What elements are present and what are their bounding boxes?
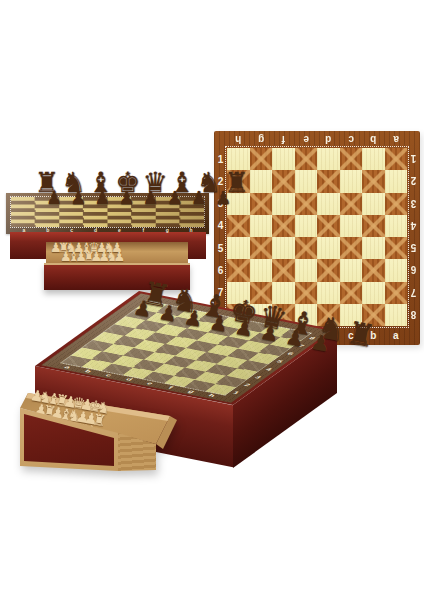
- board-square: [385, 304, 408, 326]
- coordinate-label: 1: [407, 148, 420, 170]
- coordinate-label: 6: [214, 259, 227, 281]
- coordinate-label: 4: [407, 215, 420, 237]
- board-square: [272, 215, 295, 237]
- coordinate-label: 6: [407, 259, 420, 281]
- coordinate-label: h: [179, 227, 203, 234]
- flat-board-files-top: hgfedcba: [227, 132, 407, 147]
- coordinate-label: f: [272, 132, 295, 147]
- coordinate-label: 1: [226, 388, 247, 398]
- coordinate-label: h: [227, 132, 250, 147]
- coordinate-label: 5: [214, 237, 227, 259]
- board-square: [340, 170, 363, 192]
- board-square: [362, 259, 385, 281]
- coordinate-label: e: [295, 132, 318, 147]
- board-square: [295, 215, 318, 237]
- board-square: [227, 215, 250, 237]
- board-square: [362, 148, 385, 170]
- board-square: [250, 259, 273, 281]
- board-square: [272, 170, 295, 192]
- board-square: [295, 170, 318, 192]
- board-square: [272, 237, 295, 259]
- board-square: [340, 259, 363, 281]
- board-square: [250, 193, 273, 215]
- coordinate-label: b: [362, 132, 385, 147]
- board-square: [340, 148, 363, 170]
- coordinate-label: a: [385, 328, 408, 343]
- board-square: [340, 193, 363, 215]
- board-square: [317, 148, 340, 170]
- coordinate-label: g: [250, 132, 273, 147]
- coordinate-label: c: [60, 227, 84, 234]
- coordinate-label: 7: [407, 282, 420, 304]
- coordinate-label: e: [108, 227, 132, 234]
- board-square: [250, 170, 273, 192]
- board-square: [250, 237, 273, 259]
- board-square: [272, 259, 295, 281]
- board-square: [340, 237, 363, 259]
- coordinate-label: 5: [407, 237, 420, 259]
- board-square: [295, 237, 318, 259]
- small-box-pawn-pieces: ♟♟♟♟♟♟♟♟: [46, 187, 239, 208]
- board-square: [385, 259, 408, 281]
- coordinate-label: h: [199, 392, 225, 400]
- small-box-drawer-interior: ♟♜♞♟♝♛♟♞♟ ♟♝♟♜♟♟♞♟: [46, 242, 188, 263]
- board-square: [250, 215, 273, 237]
- board-square: [385, 282, 408, 304]
- coordinate-label: g: [155, 227, 179, 234]
- board-square: [385, 148, 408, 170]
- coordinate-label: b: [36, 227, 60, 234]
- coordinate-label: f: [131, 227, 155, 234]
- board-square: [317, 193, 340, 215]
- board-square: [362, 237, 385, 259]
- board-square: [250, 148, 273, 170]
- board-square: [295, 148, 318, 170]
- board-square: [340, 282, 363, 304]
- flat-board-ranks-right: 12345678: [407, 148, 420, 326]
- board-square: [362, 170, 385, 192]
- board-square: [272, 193, 295, 215]
- coordinate-label: 2: [407, 170, 420, 192]
- board-square: [227, 259, 250, 281]
- board-square: [362, 193, 385, 215]
- board-square: [362, 282, 385, 304]
- board-square: [317, 282, 340, 304]
- board-square: [317, 237, 340, 259]
- coordinate-label: a: [385, 132, 408, 147]
- board-square: [385, 237, 408, 259]
- board-square: [227, 237, 250, 259]
- board-square: [362, 215, 385, 237]
- large-box-drawer: ♟♞♝♜♟♛♟♚♞ ♟♜♟♝♞♟♟♜ ♟♟♝♟♜♟: [8, 378, 193, 486]
- board-square: [317, 170, 340, 192]
- board-square: [385, 215, 408, 237]
- small-drawer-pieces: ♟♝♟♜♟♟♞♟: [60, 249, 121, 263]
- board-square: [385, 170, 408, 192]
- coordinate-label: 3: [407, 193, 420, 215]
- coordinate-label: d: [317, 132, 340, 147]
- board-square: [272, 148, 295, 170]
- chess-set-product-photo: hgfedcba hgfedcba 12345678 12345678 abcd…: [0, 0, 424, 600]
- board-square: [340, 215, 363, 237]
- board-square: [317, 259, 340, 281]
- board-square: [295, 193, 318, 215]
- coordinate-label: d: [84, 227, 108, 234]
- board-square: [317, 215, 340, 237]
- coordinate-label: c: [340, 132, 363, 147]
- coordinate-label: 8: [407, 304, 420, 326]
- small-box-files: abcdefgh: [12, 227, 203, 234]
- coordinate-label: a: [12, 227, 36, 234]
- board-square: [295, 282, 318, 304]
- board-square: [385, 193, 408, 215]
- board-square: [295, 259, 318, 281]
- coordinate-label: 4: [214, 215, 227, 237]
